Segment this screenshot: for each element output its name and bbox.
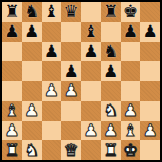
white-bishop-icon[interactable]: ♝ [123,121,138,140]
square-f6[interactable]: ♞ [101,42,121,62]
square-h8[interactable] [140,2,160,22]
square-b2[interactable] [22,121,42,141]
square-a3[interactable]: ♝ [2,101,22,121]
square-h5[interactable] [140,61,160,81]
square-e8[interactable] [81,2,101,22]
square-e6[interactable]: ♟ [81,42,101,62]
square-c3[interactable] [42,101,62,121]
square-c7[interactable] [42,22,62,42]
square-a1[interactable]: ♜ [2,140,22,160]
square-b1[interactable]: ♞ [22,140,42,160]
black-pawn-icon[interactable]: ♟ [123,22,138,41]
black-pawn-icon[interactable]: ♟ [143,22,158,41]
square-d5[interactable]: ♟ [61,61,81,81]
white-rook-icon[interactable]: ♜ [4,141,19,160]
square-a6[interactable] [2,42,22,62]
square-b6[interactable] [22,42,42,62]
black-bishop-icon[interactable]: ♝ [44,2,59,21]
black-pawn-icon[interactable]: ♟ [4,22,19,41]
square-g6[interactable] [121,42,141,62]
square-g1[interactable]: ♚ [121,140,141,160]
square-h2[interactable]: ♟ [140,121,160,141]
square-g2[interactable]: ♝ [121,121,141,141]
white-pawn-icon[interactable]: ♟ [44,81,59,100]
square-h7[interactable]: ♟ [140,22,160,42]
chess-board: ♜♞♝♛♜♚♟♟♝♟♟♟♟♞♟♟♟♟♝♟♞♟♟♟♟♝♟♜♞♛♜♚ [0,0,162,162]
square-c8[interactable]: ♝ [42,2,62,22]
square-d8[interactable]: ♛ [61,2,81,22]
square-e7[interactable]: ♝ [81,22,101,42]
square-d2[interactable] [61,121,81,141]
white-queen-icon[interactable]: ♛ [64,141,79,160]
black-knight-icon[interactable]: ♞ [103,42,118,61]
black-pawn-icon[interactable]: ♟ [24,22,39,41]
black-rook-icon[interactable]: ♜ [103,2,118,21]
black-pawn-icon[interactable]: ♟ [103,62,118,81]
square-f8[interactable]: ♜ [101,2,121,22]
square-h4[interactable] [140,81,160,101]
white-knight-icon[interactable]: ♞ [103,101,118,120]
square-c2[interactable] [42,121,62,141]
square-f2[interactable]: ♟ [101,121,121,141]
square-h3[interactable] [140,101,160,121]
white-rook-icon[interactable]: ♜ [103,141,118,160]
square-f3[interactable]: ♞ [101,101,121,121]
square-a8[interactable]: ♜ [2,2,22,22]
square-b4[interactable] [22,81,42,101]
square-b3[interactable]: ♟ [22,101,42,121]
square-g7[interactable]: ♟ [121,22,141,42]
white-pawn-icon[interactable]: ♟ [24,101,39,120]
square-b8[interactable]: ♞ [22,2,42,22]
square-c4[interactable]: ♟ [42,81,62,101]
square-a5[interactable] [2,61,22,81]
square-e2[interactable]: ♟ [81,121,101,141]
black-king-icon[interactable]: ♚ [123,2,138,21]
white-knight-icon[interactable]: ♞ [24,141,39,160]
square-h6[interactable] [140,42,160,62]
square-c5[interactable] [42,61,62,81]
white-bishop-icon[interactable]: ♝ [4,101,19,120]
square-f4[interactable] [101,81,121,101]
square-a7[interactable]: ♟ [2,22,22,42]
square-b7[interactable]: ♟ [22,22,42,42]
black-pawn-icon[interactable]: ♟ [64,62,79,81]
square-f5[interactable]: ♟ [101,61,121,81]
black-bishop-icon[interactable]: ♝ [83,22,98,41]
square-d3[interactable] [61,101,81,121]
square-a4[interactable] [2,81,22,101]
square-e1[interactable] [81,140,101,160]
square-d6[interactable] [61,42,81,62]
black-queen-icon[interactable]: ♛ [64,2,79,21]
black-knight-icon[interactable]: ♞ [24,2,39,21]
square-b5[interactable] [22,61,42,81]
black-pawn-icon[interactable]: ♟ [44,42,59,61]
square-a2[interactable]: ♟ [2,121,22,141]
square-f1[interactable]: ♜ [101,140,121,160]
white-pawn-icon[interactable]: ♟ [143,121,158,140]
black-rook-icon[interactable]: ♜ [4,2,19,21]
white-pawn-icon[interactable]: ♟ [123,101,138,120]
square-d4[interactable]: ♟ [61,81,81,101]
square-c1[interactable] [42,140,62,160]
square-d7[interactable] [61,22,81,42]
square-e3[interactable] [81,101,101,121]
square-f7[interactable] [101,22,121,42]
square-d1[interactable]: ♛ [61,140,81,160]
white-king-icon[interactable]: ♚ [123,141,138,160]
white-pawn-icon[interactable]: ♟ [103,121,118,140]
square-e5[interactable] [81,61,101,81]
square-g3[interactable]: ♟ [121,101,141,121]
square-g4[interactable] [121,81,141,101]
square-g8[interactable]: ♚ [121,2,141,22]
white-pawn-icon[interactable]: ♟ [64,81,79,100]
square-h1[interactable] [140,140,160,160]
white-pawn-icon[interactable]: ♟ [83,121,98,140]
square-c6[interactable]: ♟ [42,42,62,62]
black-pawn-icon[interactable]: ♟ [83,42,98,61]
white-pawn-icon[interactable]: ♟ [4,121,19,140]
square-e4[interactable] [81,81,101,101]
square-g5[interactable] [121,61,141,81]
